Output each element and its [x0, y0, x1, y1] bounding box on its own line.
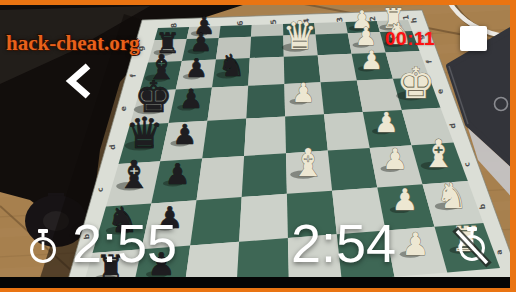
svg-text:♟: ♟: [292, 77, 316, 108]
right-clock[interactable]: 2:54: [291, 216, 396, 270]
svg-text:♟: ♟: [185, 53, 208, 83]
camera-chess-screen: 87654321gfedcbahgfedcba♟♟♜♜♟♛♟♞♝♟♞♟♚♟♟♚♛…: [0, 0, 516, 292]
svg-text:♟: ♟: [179, 83, 203, 114]
svg-text:♟: ♟: [382, 142, 408, 176]
timer-off-icon: [449, 222, 495, 268]
svg-text:♚: ♚: [397, 58, 436, 108]
svg-text:d: d: [448, 123, 458, 129]
svg-text:♝: ♝: [422, 132, 456, 176]
stop-button[interactable]: [460, 26, 487, 51]
move-timer: 00:11: [385, 28, 435, 50]
back-button[interactable]: [62, 62, 102, 102]
back-chevron-icon: [62, 62, 102, 102]
svg-text:♟: ♟: [401, 226, 429, 262]
svg-text:♟: ♟: [360, 45, 383, 75]
svg-text:6: 6: [235, 20, 245, 26]
svg-text:♝: ♝: [291, 141, 325, 185]
bottom-bar: [0, 277, 516, 292]
svg-text:♟: ♟: [374, 106, 399, 138]
timer-icon: [24, 226, 62, 268]
svg-text:♝: ♝: [117, 153, 151, 197]
svg-text:♞: ♞: [218, 48, 245, 83]
watermark: hack-cheat.org: [6, 31, 140, 56]
svg-text:3: 3: [335, 17, 345, 23]
svg-text:♛: ♛: [125, 108, 163, 158]
svg-text:d: d: [108, 144, 118, 150]
svg-text:♟: ♟: [172, 118, 197, 150]
svg-text:♛: ♛: [283, 13, 318, 58]
svg-text:♞: ♞: [436, 175, 468, 216]
svg-text:♟: ♟: [165, 157, 191, 191]
svg-text:5: 5: [269, 19, 279, 25]
svg-text:e: e: [435, 88, 445, 94]
left-clock[interactable]: 2:55: [72, 216, 177, 270]
svg-text:a: a: [494, 249, 504, 255]
